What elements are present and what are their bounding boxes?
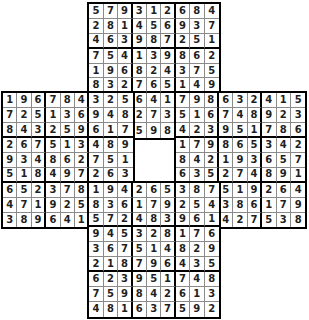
sudoku-cell[interactable]: 4 — [205, 198, 219, 213]
sudoku-cell[interactable]: 7 — [17, 198, 31, 213]
sudoku-cell[interactable]: 1 — [161, 272, 175, 287]
sudoku-cell[interactable]: 4 — [219, 213, 233, 228]
sudoku-cell[interactable]: 1 — [3, 93, 17, 108]
sudoku-cell[interactable]: 2 — [205, 153, 219, 168]
sudoku-cell[interactable]: 3 — [118, 272, 132, 287]
sudoku-cell[interactable]: 3 — [147, 49, 161, 64]
sudoku-cell[interactable]: 8 — [205, 272, 219, 287]
sudoku-cell[interactable]: 3 — [89, 242, 103, 257]
sudoku-cell[interactable]: 5 — [104, 153, 118, 168]
sudoku-cell[interactable]: 2 — [61, 198, 75, 213]
sudoku-cell[interactable]: 3 — [3, 213, 17, 228]
sudoku-board: 5793126842814569374639872517541398621968… — [0, 0, 309, 320]
sudoku-cell[interactable]: 3 — [277, 213, 291, 228]
sudoku-cell[interactable]: 1 — [277, 93, 291, 108]
sudoku-cell[interactable]: 5 — [118, 227, 132, 242]
sudoku-cell[interactable]: 6 — [176, 4, 190, 19]
sudoku-cell[interactable]: 6 — [205, 108, 219, 123]
sudoku-cell[interactable]: 1 — [46, 108, 60, 123]
sudoku-cell[interactable]: 6 — [176, 287, 190, 302]
sudoku-cell[interactable]: 1 — [233, 183, 247, 198]
sudoku-cell[interactable]: 1 — [133, 49, 147, 64]
sudoku-cell[interactable]: 3 — [46, 183, 60, 198]
sudoku-cell[interactable]: 8 — [262, 168, 276, 183]
sudoku-cell[interactable]: 6 — [262, 153, 276, 168]
sudoku-cell[interactable]: 8 — [248, 108, 262, 123]
sudoku-cell[interactable]: 3 — [190, 19, 204, 34]
sudoku-cell[interactable]: 5 — [89, 213, 103, 228]
sudoku-cell[interactable]: 2 — [147, 64, 161, 79]
sudoku-cell[interactable]: 3 — [32, 123, 46, 138]
sudoku-cell[interactable]: 4 — [233, 108, 247, 123]
sudoku-cell[interactable]: 6 — [190, 213, 204, 228]
sudoku-cell[interactable]: 7 — [205, 183, 219, 198]
sudoku-cell[interactable]: 4 — [104, 108, 118, 123]
sudoku-cell[interactable]: 1 — [219, 153, 233, 168]
sudoku-cell[interactable]: 3 — [176, 183, 190, 198]
sudoku-cell[interactable]: 4 — [190, 153, 204, 168]
sudoku-cell[interactable]: 5 — [161, 183, 175, 198]
sudoku-cell[interactable]: 7 — [46, 93, 60, 108]
sudoku-cell[interactable]: 9 — [176, 19, 190, 34]
sudoku-cell[interactable]: 9 — [147, 257, 161, 272]
sudoku-cell[interactable]: 2 — [89, 19, 103, 34]
sudoku-cell[interactable]: 9 — [118, 287, 132, 302]
sudoku-cell[interactable]: 9 — [133, 272, 147, 287]
sudoku-cell[interactable]: 8 — [176, 153, 190, 168]
sudoku-cell[interactable]: 4 — [118, 183, 132, 198]
sudoku-cell[interactable]: 4 — [205, 4, 219, 19]
sudoku-cell[interactable]: 4 — [104, 227, 118, 242]
sudoku-cell[interactable]: 4 — [277, 138, 291, 153]
sudoku-cell[interactable]: 9 — [233, 153, 247, 168]
sudoku-cell[interactable]: 5 — [248, 138, 262, 153]
sudoku-cell[interactable]: 6 — [233, 138, 247, 153]
sudoku-cell[interactable]: 7 — [89, 287, 103, 302]
sudoku-cell[interactable]: 3 — [262, 138, 276, 153]
sudoku-cell[interactable]: 9 — [176, 213, 190, 228]
sudoku-cell[interactable]: 5 — [118, 93, 132, 108]
sudoku-cell[interactable]: 1 — [291, 168, 305, 183]
sudoku-cell[interactable]: 9 — [61, 168, 75, 183]
sudoku-cell[interactable]: 9 — [161, 49, 175, 64]
sudoku-cell[interactable]: 2 — [291, 138, 305, 153]
sudoku-cell[interactable]: 6 — [219, 93, 233, 108]
sudoku-cell[interactable]: 1 — [118, 153, 132, 168]
sudoku-cell[interactable]: 5 — [147, 19, 161, 34]
sudoku-cell[interactable]: 8 — [176, 242, 190, 257]
sudoku-cell[interactable]: 7 — [205, 19, 219, 34]
sudoku-cell[interactable]: 6 — [46, 213, 60, 228]
sudoku-cell[interactable]: 9 — [291, 198, 305, 213]
sudoku-cell[interactable]: 3 — [219, 198, 233, 213]
sudoku-cell[interactable]: 7 — [147, 108, 161, 123]
sudoku-cell[interactable]: 7 — [61, 183, 75, 198]
sudoku-cell[interactable]: 3 — [205, 123, 219, 138]
sudoku-cell[interactable]: 9 — [89, 227, 103, 242]
sudoku-cell[interactable]: 8 — [233, 198, 247, 213]
sudoku-grid-bottom: 1942653878361792545724839619453281763675… — [87, 181, 221, 319]
sudoku-cell[interactable]: 4 — [190, 272, 204, 287]
sudoku-cell[interactable]: 1 — [176, 138, 190, 153]
sudoku-cell[interactable]: 3 — [104, 198, 118, 213]
sudoku-cell[interactable]: 2 — [219, 168, 233, 183]
sudoku-cell[interactable]: 5 — [104, 287, 118, 302]
sudoku-cell[interactable]: 6 — [205, 227, 219, 242]
sudoku-cell[interactable]: 2 — [46, 123, 60, 138]
sudoku-cell[interactable]: 4 — [61, 213, 75, 228]
sudoku-cell[interactable]: 8 — [147, 34, 161, 49]
sudoku-cell[interactable]: 6 — [3, 183, 17, 198]
sudoku-cell[interactable]: 5 — [3, 168, 17, 183]
sudoku-cell[interactable]: 6 — [133, 93, 147, 108]
sudoku-cell[interactable]: 1 — [89, 183, 103, 198]
sudoku-cell[interactable]: 8 — [104, 302, 118, 317]
sudoku-cell[interactable]: 8 — [205, 93, 219, 108]
sudoku-cell[interactable]: 6 — [161, 19, 175, 34]
sudoku-cell[interactable]: 9 — [32, 213, 46, 228]
sudoku-cell[interactable]: 3 — [147, 302, 161, 317]
sudoku-cell[interactable]: 7 — [89, 153, 103, 168]
sudoku-cell[interactable]: 2 — [104, 93, 118, 108]
sudoku-cell[interactable]: 2 — [3, 138, 17, 153]
sudoku-cell[interactable]: 5 — [205, 64, 219, 79]
sudoku-cell[interactable]: 6 — [147, 78, 161, 93]
sudoku-cell[interactable]: 8 — [190, 4, 204, 19]
sudoku-cell[interactable]: 7 — [161, 34, 175, 49]
sudoku-cell[interactable]: 4 — [133, 19, 147, 34]
sudoku-cell[interactable]: 1 — [248, 123, 262, 138]
sudoku-cell[interactable]: 6 — [291, 123, 305, 138]
sudoku-cell[interactable]: 1 — [17, 168, 31, 183]
sudoku-cell[interactable]: 7 — [190, 138, 204, 153]
sudoku-cell[interactable]: 1 — [205, 213, 219, 228]
sudoku-cell[interactable]: 2 — [248, 93, 262, 108]
sudoku-cell[interactable]: 3 — [118, 34, 132, 49]
sudoku-cell[interactable]: 7 — [32, 138, 46, 153]
sudoku-cell[interactable]: 1 — [61, 138, 75, 153]
sudoku-cell[interactable]: 2 — [75, 153, 89, 168]
sudoku-cell[interactable]: 3 — [176, 64, 190, 79]
sudoku-cell[interactable]: 8 — [46, 153, 60, 168]
sudoku-cell[interactable]: 4 — [176, 257, 190, 272]
sudoku-cell[interactable]: 1 — [190, 108, 204, 123]
sudoku-cell[interactable]: 3 — [133, 227, 147, 242]
sudoku-cell[interactable]: 7 — [190, 227, 204, 242]
sudoku-cell[interactable]: 8 — [32, 168, 46, 183]
sudoku-cell[interactable]: 2 — [133, 183, 147, 198]
sudoku-cell[interactable]: 6 — [104, 34, 118, 49]
sudoku-cell[interactable]: 3 — [133, 4, 147, 19]
sudoku-cell[interactable]: 5 — [190, 198, 204, 213]
sudoku-cell[interactable]: 5 — [89, 4, 103, 19]
sudoku-cell[interactable]: 9 — [46, 198, 60, 213]
sudoku-cell[interactable]: 7 — [133, 78, 147, 93]
sudoku-cell[interactable]: 4 — [75, 93, 89, 108]
sudoku-cell[interactable]: 9 — [205, 242, 219, 257]
sudoku-cell[interactable]: 9 — [104, 64, 118, 79]
sudoku-cell[interactable]: 5 — [17, 183, 31, 198]
sudoku-cell[interactable]: 2 — [176, 198, 190, 213]
sudoku-cell[interactable]: 4 — [32, 153, 46, 168]
sudoku-cell[interactable]: 7 — [118, 242, 132, 257]
sudoku-cell[interactable]: 1 — [205, 34, 219, 49]
sudoku-cell[interactable]: 7 — [190, 64, 204, 79]
sudoku-cell[interactable]: 4 — [147, 93, 161, 108]
sudoku-cell[interactable]: 5 — [262, 213, 276, 228]
sudoku-cell[interactable]: 1 — [104, 257, 118, 272]
sudoku-cell[interactable]: 7 — [118, 123, 132, 138]
sudoku-cell[interactable]: 3 — [89, 93, 103, 108]
sudoku-cell[interactable]: 2 — [190, 123, 204, 138]
sudoku-cell[interactable]: 7 — [104, 213, 118, 228]
sudoku-cell[interactable]: 6 — [248, 198, 262, 213]
sudoku-cell[interactable]: 6 — [75, 108, 89, 123]
sudoku-cell[interactable]: 7 — [161, 302, 175, 317]
sudoku-cell[interactable]: 5 — [61, 123, 75, 138]
sudoku-cell[interactable]: 7 — [89, 49, 103, 64]
sudoku-cell[interactable]: 6 — [104, 242, 118, 257]
sudoku-cell[interactable]: 9 — [161, 198, 175, 213]
sudoku-cell[interactable]: 9 — [248, 183, 262, 198]
sudoku-cell[interactable]: 7 — [147, 198, 161, 213]
sudoku-cell[interactable]: 6 — [118, 198, 132, 213]
sudoku-cell[interactable]: 4 — [17, 123, 31, 138]
sudoku-cell[interactable]: 1 — [118, 302, 132, 317]
sudoku-cell[interactable]: 5 — [147, 272, 161, 287]
sudoku-cell[interactable]: 6 — [147, 183, 161, 198]
sudoku-cell[interactable]: 2 — [89, 257, 103, 272]
sudoku-cell[interactable]: 2 — [161, 287, 175, 302]
sudoku-cell[interactable]: 5 — [233, 123, 247, 138]
sudoku-cell[interactable]: 5 — [133, 123, 147, 138]
sudoku-cell[interactable]: 9 — [3, 153, 17, 168]
sudoku-cell[interactable]: 4 — [291, 183, 305, 198]
sudoku-cell[interactable]: 3 — [61, 108, 75, 123]
sudoku-cell[interactable]: 4 — [147, 287, 161, 302]
sudoku-cell[interactable]: 7 — [104, 4, 118, 19]
sudoku-cell[interactable]: 8 — [219, 138, 233, 153]
sudoku-cell[interactable]: 8 — [104, 138, 118, 153]
sudoku-cell[interactable]: 9 — [133, 34, 147, 49]
sudoku-cell[interactable]: 3 — [17, 153, 31, 168]
sudoku-cell[interactable]: 4 — [161, 242, 175, 257]
sudoku-cell[interactable]: 7 — [248, 213, 262, 228]
sudoku-cell[interactable]: 2 — [205, 302, 219, 317]
sudoku-cell[interactable]: 6 — [118, 64, 132, 79]
sudoku-cell[interactable]: 2 — [262, 183, 276, 198]
sudoku-cell[interactable]: 2 — [104, 272, 118, 287]
sudoku-cell[interactable]: 7 — [291, 153, 305, 168]
sudoku-cell[interactable]: 9 — [147, 123, 161, 138]
sudoku-cell[interactable]: 3 — [205, 287, 219, 302]
sudoku-cell[interactable]: 6 — [61, 153, 75, 168]
sudoku-cell[interactable]: 7 — [176, 272, 190, 287]
sudoku-cell[interactable]: 1 — [262, 198, 276, 213]
sudoku-cell[interactable]: 8 — [61, 93, 75, 108]
sudoku-cell[interactable]: 7 — [219, 108, 233, 123]
sudoku-cell[interactable]: 1 — [190, 287, 204, 302]
sudoku-cell[interactable]: 2 — [118, 213, 132, 228]
sudoku-cell[interactable]: 6 — [190, 49, 204, 64]
sudoku-cell[interactable]: 9 — [190, 93, 204, 108]
sudoku-cell[interactable]: 3 — [233, 93, 247, 108]
sudoku-cell[interactable]: 1 — [118, 19, 132, 34]
sudoku-cell[interactable]: 8 — [118, 108, 132, 123]
sudoku-cell[interactable]: 5 — [277, 153, 291, 168]
sudoku-cell[interactable]: 5 — [205, 257, 219, 272]
sudoku-cell[interactable]: 9 — [89, 108, 103, 123]
sudoku-cell[interactable]: 2 — [161, 4, 175, 19]
sudoku-cell[interactable]: 8 — [291, 213, 305, 228]
sudoku-cell[interactable]: 9 — [190, 302, 204, 317]
sudoku-cell[interactable]: 1 — [104, 123, 118, 138]
sudoku-cell[interactable]: 8 — [190, 183, 204, 198]
sudoku-cell[interactable]: 7 — [262, 123, 276, 138]
sudoku-cell[interactable]: 1 — [32, 198, 46, 213]
sudoku-cell[interactable]: 4 — [176, 123, 190, 138]
sudoku-cell[interactable]: 8 — [104, 19, 118, 34]
sudoku-cell[interactable]: 4 — [46, 168, 60, 183]
sudoku-cell[interactable]: 6 — [133, 302, 147, 317]
sudoku-cell[interactable]: 2 — [147, 227, 161, 242]
sudoku-cell[interactable]: 4 — [3, 198, 17, 213]
sudoku-cell[interactable]: 7 — [133, 257, 147, 272]
sudoku-cell[interactable]: 5 — [176, 302, 190, 317]
sudoku-cell[interactable]: 2 — [32, 183, 46, 198]
sudoku-cell[interactable]: 3 — [190, 257, 204, 272]
sudoku-cell[interactable]: 6 — [89, 272, 103, 287]
sudoku-cell[interactable]: 7 — [233, 168, 247, 183]
sudoku-cell[interactable]: 9 — [17, 93, 31, 108]
sudoku-cell[interactable]: 2 — [190, 242, 204, 257]
sudoku-cell[interactable]: 8 — [17, 213, 31, 228]
sudoku-cell[interactable]: 3 — [248, 153, 262, 168]
sudoku-cell[interactable]: 1 — [147, 242, 161, 257]
sudoku-cell[interactable]: 5 — [32, 108, 46, 123]
sudoku-cell[interactable]: 1 — [147, 4, 161, 19]
sudoku-cell[interactable]: 7 — [277, 198, 291, 213]
sudoku-cell[interactable]: 4 — [89, 138, 103, 153]
sudoku-cell[interactable]: 5 — [46, 138, 60, 153]
sudoku-cell[interactable]: 2 — [176, 34, 190, 49]
sudoku-cell[interactable]: 4 — [89, 34, 103, 49]
sudoku-cell[interactable]: 4 — [118, 49, 132, 64]
sudoku-cell[interactable]: 8 — [176, 49, 190, 64]
sudoku-cell[interactable]: 6 — [277, 183, 291, 198]
sudoku-cell[interactable]: 6 — [161, 257, 175, 272]
sudoku-cell[interactable]: 4 — [262, 93, 276, 108]
sudoku-cell[interactable]: 8 — [133, 64, 147, 79]
sudoku-cell[interactable]: 4 — [89, 302, 103, 317]
sudoku-cell[interactable]: 8 — [118, 257, 132, 272]
sudoku-cell[interactable]: 8 — [147, 213, 161, 228]
sudoku-cell[interactable]: 2 — [277, 108, 291, 123]
sudoku-cell[interactable]: 9 — [277, 168, 291, 183]
sudoku-cell[interactable]: 9 — [262, 108, 276, 123]
sudoku-cell[interactable]: 4 — [133, 213, 147, 228]
sudoku-cell[interactable]: 5 — [176, 108, 190, 123]
sudoku-cell[interactable]: 1 — [133, 198, 147, 213]
sudoku-cell[interactable]: 8 — [161, 227, 175, 242]
sudoku-cell[interactable]: 2 — [17, 108, 31, 123]
sudoku-cell[interactable]: 1 — [89, 64, 103, 79]
sudoku-cell[interactable]: 9 — [205, 138, 219, 153]
sudoku-cell[interactable]: 2 — [233, 213, 247, 228]
sudoku-cell[interactable]: 9 — [118, 138, 132, 153]
sudoku-cell[interactable]: 4 — [248, 168, 262, 183]
sudoku-cell[interactable]: 5 — [291, 93, 305, 108]
sudoku-cell[interactable]: 2 — [205, 49, 219, 64]
sudoku-cell[interactable]: 7 — [3, 108, 17, 123]
sudoku-cell[interactable]: 9 — [104, 183, 118, 198]
sudoku-cell[interactable]: 9 — [75, 123, 89, 138]
sudoku-cell[interactable]: 5 — [190, 34, 204, 49]
sudoku-cell[interactable]: 1 — [176, 227, 190, 242]
sudoku-cell[interactable]: 2 — [133, 108, 147, 123]
sudoku-cell[interactable]: 4 — [161, 64, 175, 79]
sudoku-cell[interactable]: 6 — [17, 138, 31, 153]
sudoku-cell[interactable]: 3 — [75, 138, 89, 153]
sudoku-cell[interactable]: 8 — [3, 123, 17, 138]
sudoku-cell[interactable]: 9 — [219, 123, 233, 138]
sudoku-cell[interactable]: 5 — [104, 49, 118, 64]
sudoku-cell[interactable]: 5 — [133, 242, 147, 257]
sudoku-cell[interactable]: 3 — [291, 108, 305, 123]
sudoku-cell[interactable]: 5 — [219, 183, 233, 198]
sudoku-cell[interactable]: 6 — [89, 123, 103, 138]
sudoku-cell[interactable]: 8 — [133, 287, 147, 302]
sudoku-cell[interactable]: 9 — [118, 4, 132, 19]
sudoku-cell[interactable]: 6 — [32, 93, 46, 108]
sudoku-cell[interactable]: 7 — [176, 93, 190, 108]
sudoku-cell[interactable]: 8 — [89, 198, 103, 213]
sudoku-cell[interactable]: 3 — [161, 213, 175, 228]
sudoku-cell[interactable]: 8 — [277, 123, 291, 138]
